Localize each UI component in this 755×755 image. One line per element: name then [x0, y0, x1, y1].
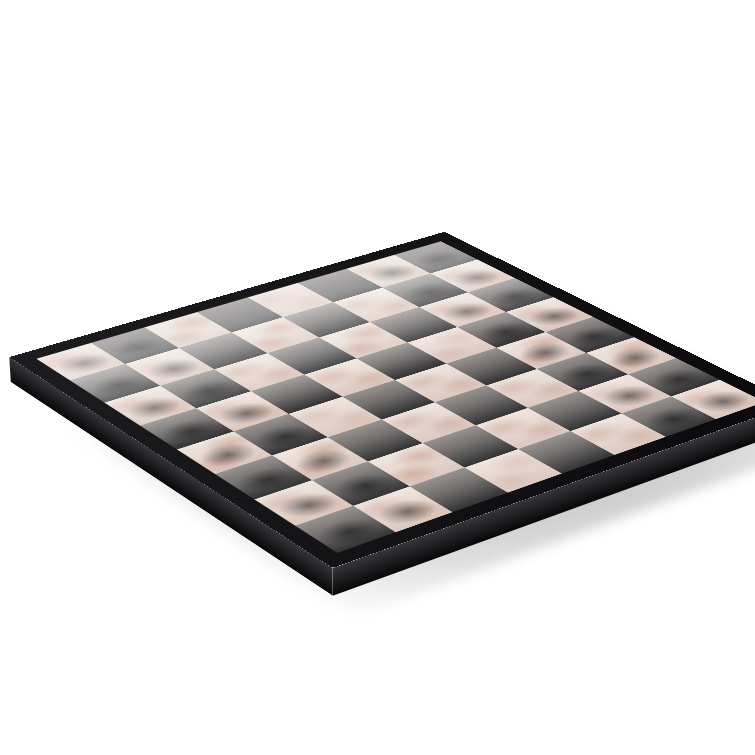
board-square[interactable] — [518, 431, 614, 474]
chess-board: ♜♞♝♛♚♝♞♜♟♟♟♟♟♟♟♟♟♟♟♟♟♟♟♟♜♞♝♛♚♝♞♜ — [9, 232, 755, 568]
product-photo-scene: ♜♞♝♛♚♝♞♜♟♟♟♟♟♟♟♟♟♟♟♟♟♟♟♟♜♞♝♛♚♝♞♜ — [0, 0, 755, 755]
board-square[interactable] — [476, 408, 571, 449]
board-stage: ♜♞♝♛♚♝♞♜♟♟♟♟♟♟♟♟♟♟♟♟♟♟♟♟♜♞♝♛♚♝♞♜ — [115, 100, 675, 660]
pawn-icon: ♟ — [636, 331, 721, 421]
rook-icon: ♜ — [301, 421, 409, 535]
board-square[interactable] — [465, 449, 562, 493]
